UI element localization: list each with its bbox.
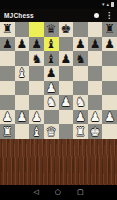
square-b4[interactable] bbox=[15, 81, 30, 96]
square-h7[interactable]: ♟ bbox=[102, 37, 117, 52]
piece-black-knight-f6[interactable]: ♞ bbox=[75, 53, 86, 65]
piece-white-pawn-b2[interactable]: ♟ bbox=[17, 111, 28, 123]
piece-white-bishop-c1[interactable]: ♝ bbox=[31, 126, 42, 138]
square-d7[interactable]: ♝ bbox=[44, 37, 59, 52]
piece-white-rook-a1[interactable]: ♜ bbox=[2, 126, 13, 138]
back-button[interactable]: ◁ bbox=[33, 189, 38, 196]
square-b6[interactable] bbox=[15, 51, 30, 66]
network-down-icon: ▾ bbox=[102, 2, 105, 7]
square-a5[interactable] bbox=[0, 66, 15, 81]
square-a4[interactable] bbox=[0, 81, 15, 96]
home-button[interactable]: ○ bbox=[55, 189, 61, 196]
piece-black-pawn-h7[interactable]: ♟ bbox=[104, 38, 115, 50]
overflow-menu-icon[interactable]: ⋮ bbox=[105, 12, 113, 20]
square-d6[interactable]: ♝ bbox=[44, 51, 59, 66]
square-e3[interactable]: ♟ bbox=[59, 95, 74, 110]
piece-white-pawn-g2[interactable]: ♟ bbox=[90, 111, 101, 123]
square-f8[interactable] bbox=[73, 22, 88, 37]
status-bar: ▾ ▴ bbox=[0, 0, 117, 9]
square-d4[interactable]: ♟ bbox=[44, 81, 59, 96]
square-c6[interactable]: ♞ bbox=[29, 51, 44, 66]
square-d1[interactable]: ♛ bbox=[44, 124, 59, 139]
piece-black-pawn-g7[interactable]: ♟ bbox=[90, 38, 101, 50]
piece-black-pawn-c7[interactable]: ♟ bbox=[31, 38, 42, 50]
android-nav-bar: ◁ ○ ▢ bbox=[0, 185, 117, 200]
square-a2[interactable]: ♟ bbox=[0, 110, 15, 125]
piece-white-pawn-h2[interactable]: ♟ bbox=[104, 111, 115, 123]
square-h2[interactable]: ♟ bbox=[102, 110, 117, 125]
square-f3[interactable]: ♞ bbox=[73, 95, 88, 110]
piece-white-pawn-d4[interactable]: ♟ bbox=[46, 82, 57, 94]
piece-white-rook-f1[interactable]: ♜ bbox=[75, 126, 86, 138]
square-e4[interactable] bbox=[59, 81, 74, 96]
square-b1[interactable] bbox=[15, 124, 30, 139]
square-c7[interactable]: ♟ bbox=[29, 37, 44, 52]
battery-icon bbox=[111, 2, 114, 7]
piece-white-pawn-e3[interactable]: ♟ bbox=[60, 96, 71, 108]
recents-button[interactable]: ▢ bbox=[77, 189, 84, 196]
square-a6[interactable] bbox=[0, 51, 15, 66]
piece-black-bishop-d7[interactable]: ♝ bbox=[46, 38, 57, 50]
phone-screen: ▾ ▴ MJChess ⋮ ♜♛♚♜♟♟♟♝♟♟♟♞♝♟♞♝♟♟♞♟♞♟♟♟♟♟… bbox=[0, 0, 117, 200]
square-g7[interactable]: ♟ bbox=[88, 37, 103, 52]
piece-black-pawn-f7[interactable]: ♟ bbox=[75, 38, 86, 50]
square-d8[interactable]: ♛ bbox=[44, 22, 59, 37]
app-bar: MJChess ⋮ bbox=[0, 9, 117, 22]
square-b3[interactable] bbox=[15, 95, 30, 110]
piece-white-king-g1[interactable]: ♚ bbox=[90, 126, 101, 138]
square-e1[interactable] bbox=[59, 124, 74, 139]
piece-black-pawn-a7[interactable]: ♟ bbox=[2, 38, 13, 50]
square-h1[interactable] bbox=[102, 124, 117, 139]
square-c3[interactable] bbox=[29, 95, 44, 110]
square-g1[interactable]: ♚ bbox=[88, 124, 103, 139]
square-e8[interactable]: ♚ bbox=[59, 22, 74, 37]
square-f5[interactable] bbox=[73, 66, 88, 81]
piece-white-queen-d1[interactable]: ♛ bbox=[46, 126, 57, 138]
piece-white-knight-d3[interactable]: ♞ bbox=[46, 96, 57, 108]
piece-white-bishop-b5[interactable]: ♝ bbox=[17, 67, 28, 79]
square-e5[interactable] bbox=[59, 66, 74, 81]
square-c4[interactable] bbox=[29, 81, 44, 96]
square-a1[interactable]: ♜ bbox=[0, 124, 15, 139]
piece-black-bishop-d6[interactable]: ♝ bbox=[46, 53, 57, 65]
square-f1[interactable]: ♜ bbox=[73, 124, 88, 139]
square-d3[interactable]: ♞ bbox=[44, 95, 59, 110]
square-f7[interactable]: ♟ bbox=[73, 37, 88, 52]
square-e7[interactable] bbox=[59, 37, 74, 52]
chess-board[interactable]: ♜♛♚♜♟♟♟♝♟♟♟♞♝♟♞♝♟♟♞♟♞♟♟♟♟♟♟♜♝♛♜♚ bbox=[0, 22, 117, 139]
square-h3[interactable] bbox=[102, 95, 117, 110]
square-a7[interactable]: ♟ bbox=[0, 37, 15, 52]
square-c1[interactable]: ♝ bbox=[29, 124, 44, 139]
piece-black-queen-d8[interactable]: ♛ bbox=[46, 23, 57, 35]
square-h4[interactable] bbox=[102, 81, 117, 96]
square-g2[interactable]: ♟ bbox=[88, 110, 103, 125]
square-e6[interactable]: ♟ bbox=[59, 51, 74, 66]
square-h5[interactable] bbox=[102, 66, 117, 81]
square-g5[interactable] bbox=[88, 66, 103, 81]
square-g6[interactable] bbox=[88, 51, 103, 66]
piece-black-pawn-b7[interactable]: ♟ bbox=[17, 38, 28, 50]
piece-white-pawn-c2[interactable]: ♟ bbox=[31, 111, 42, 123]
square-h6[interactable] bbox=[102, 51, 117, 66]
piece-white-pawn-f2[interactable]: ♟ bbox=[75, 111, 86, 123]
square-c5[interactable] bbox=[29, 66, 44, 81]
square-f6[interactable]: ♞ bbox=[73, 51, 88, 66]
piece-black-pawn-e6[interactable]: ♟ bbox=[60, 53, 71, 65]
square-a3[interactable] bbox=[0, 95, 15, 110]
square-g3[interactable] bbox=[88, 95, 103, 110]
square-d5[interactable]: ♟ bbox=[44, 66, 59, 81]
square-e2[interactable] bbox=[59, 110, 74, 125]
square-h8[interactable]: ♜ bbox=[102, 22, 117, 37]
square-g8[interactable] bbox=[88, 22, 103, 37]
network-up-icon: ▴ bbox=[106, 2, 109, 7]
square-b5[interactable]: ♝ bbox=[15, 66, 30, 81]
piece-black-knight-c6[interactable]: ♞ bbox=[31, 53, 42, 65]
square-a8[interactable]: ♜ bbox=[0, 22, 15, 37]
square-d2[interactable] bbox=[44, 110, 59, 125]
square-g4[interactable] bbox=[88, 81, 103, 96]
piece-black-pawn-d5[interactable]: ♟ bbox=[46, 67, 57, 79]
piece-white-pawn-a2[interactable]: ♟ bbox=[2, 111, 13, 123]
piece-white-knight-f3[interactable]: ♞ bbox=[75, 96, 86, 108]
square-b2[interactable]: ♟ bbox=[15, 110, 30, 125]
square-f2[interactable]: ♟ bbox=[73, 110, 88, 125]
piece-black-rook-a8[interactable]: ♜ bbox=[2, 23, 13, 35]
square-f4[interactable] bbox=[73, 81, 88, 96]
square-c2[interactable]: ♟ bbox=[29, 110, 44, 125]
square-c8[interactable] bbox=[29, 22, 44, 37]
piece-black-rook-h8[interactable]: ♜ bbox=[104, 23, 115, 35]
white-circle-icon[interactable] bbox=[94, 13, 99, 18]
piece-black-king-e8[interactable]: ♚ bbox=[60, 23, 71, 35]
app-title: MJChess bbox=[4, 12, 94, 19]
square-b7[interactable]: ♟ bbox=[15, 37, 30, 52]
square-b8[interactable] bbox=[15, 22, 30, 37]
